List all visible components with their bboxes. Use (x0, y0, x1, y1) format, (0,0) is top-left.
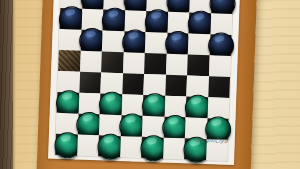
square-r3-c2[interactable] (80, 30, 102, 52)
photo-background: IBlyghtClyd (0, 0, 300, 169)
square-r3-c3 (102, 30, 124, 52)
square-r6-c1[interactable] (57, 92, 79, 114)
table-edge-highlight (13, 0, 16, 169)
square-r2-c3[interactable] (103, 9, 125, 31)
square-r3-c6[interactable] (166, 33, 188, 55)
square-r8-c5[interactable] (141, 137, 163, 159)
square-r1-c8[interactable] (211, 0, 233, 14)
square-r3-c8[interactable] (209, 34, 231, 56)
square-r5-c8[interactable] (208, 76, 230, 98)
square-r1-c4[interactable] (125, 0, 147, 11)
square-r4-c4 (123, 52, 145, 74)
square-r2-c5[interactable] (146, 11, 168, 33)
dark-side-table (0, 0, 13, 169)
square-r6-c7[interactable] (186, 96, 208, 118)
square-r8-c4 (120, 136, 142, 158)
square-r3-c4[interactable] (123, 31, 145, 53)
square-r8-c1[interactable] (55, 134, 77, 156)
square-r5-c2[interactable] (79, 72, 101, 94)
square-r4-c2 (80, 51, 102, 73)
square-r4-c5[interactable] (144, 53, 166, 75)
square-r4-c3[interactable] (101, 51, 123, 73)
square-r2-c1[interactable] (60, 8, 82, 30)
square-r6-c5[interactable] (143, 95, 165, 117)
square-r8-c2 (77, 135, 99, 157)
square-r7-c2[interactable] (77, 114, 99, 136)
square-r6-c3[interactable] (100, 93, 122, 115)
square-r3-c1 (59, 29, 81, 51)
square-r4-c8 (209, 55, 231, 77)
square-r3-c7 (188, 33, 210, 55)
square-r7-c6[interactable] (163, 117, 185, 139)
square-r1-c6[interactable] (168, 0, 190, 12)
paper-sheet: IBlyghtClyd (48, 0, 240, 165)
square-r5-c4[interactable] (122, 73, 144, 95)
watermark: IBlyghtClyd (194, 137, 228, 144)
board-assembly: IBlyghtClyd (37, 0, 258, 169)
square-r4-c7[interactable] (187, 54, 209, 76)
square-r3-c5 (145, 32, 167, 54)
square-r4-c6 (166, 54, 188, 76)
square-r8-c3[interactable] (98, 135, 120, 157)
square-r5-c6[interactable] (165, 75, 187, 97)
square-r8-c6 (163, 138, 185, 160)
square-r2-c7[interactable] (189, 12, 211, 34)
square-r7-c4[interactable] (120, 115, 142, 137)
square-r4-c1[interactable] (58, 50, 80, 72)
